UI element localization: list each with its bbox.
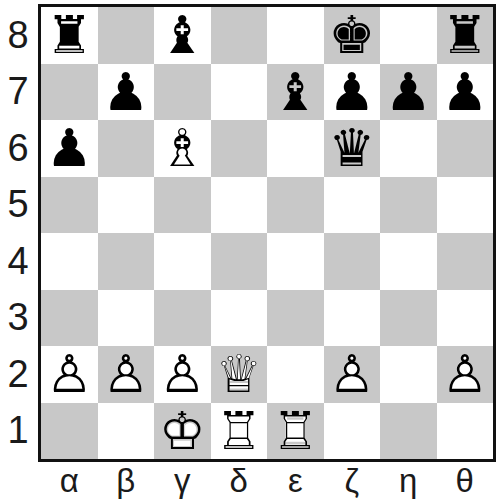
square-c5[interactable]: [154, 177, 211, 234]
piece-black-bishop[interactable]: ♝: [267, 64, 324, 121]
piece-outline-layer: ♙: [98, 346, 155, 403]
square-h4[interactable]: [437, 233, 494, 290]
square-b2[interactable]: ♟♙: [98, 346, 155, 403]
square-c7[interactable]: [154, 64, 211, 121]
file-labels: αβγδεζηθ: [41, 463, 493, 501]
piece-outline-layer: ♕: [211, 346, 268, 403]
square-b6[interactable]: [98, 120, 155, 177]
rank-label-6: 6: [0, 120, 36, 177]
square-a6[interactable]: ♟: [41, 120, 98, 177]
square-e3[interactable]: [267, 290, 324, 347]
file-label-c: γ: [154, 463, 211, 501]
piece-outline-layer: ♗: [154, 120, 211, 177]
file-label-a: α: [41, 463, 98, 501]
piece-black-pawn[interactable]: ♟: [41, 120, 98, 177]
file-label-b: β: [98, 463, 155, 501]
piece-white-pawn[interactable]: ♟♙: [437, 346, 494, 403]
square-b7[interactable]: ♟: [98, 64, 155, 121]
piece-black-pawn[interactable]: ♟: [324, 64, 381, 121]
square-d5[interactable]: [211, 177, 268, 234]
square-d6[interactable]: [211, 120, 268, 177]
piece-black-pawn[interactable]: ♟: [380, 64, 437, 121]
square-e5[interactable]: [267, 177, 324, 234]
piece-outline-layer: ♙: [154, 346, 211, 403]
rank-label-4: 4: [0, 233, 36, 290]
square-c1[interactable]: ♚♔: [154, 403, 211, 460]
square-a2[interactable]: ♟♙: [41, 346, 98, 403]
piece-black-pawn[interactable]: ♟: [437, 64, 494, 121]
square-b1[interactable]: [98, 403, 155, 460]
file-label-d: δ: [211, 463, 268, 501]
piece-white-rook[interactable]: ♜♖: [211, 403, 268, 460]
piece-outline-layer: ♔: [154, 403, 211, 460]
square-a5[interactable]: [41, 177, 98, 234]
piece-white-bishop[interactable]: ♝♗: [154, 120, 211, 177]
piece-black-rook[interactable]: ♜: [437, 7, 494, 64]
square-h2[interactable]: ♟♙: [437, 346, 494, 403]
square-g3[interactable]: [380, 290, 437, 347]
square-a8[interactable]: ♜: [41, 7, 98, 64]
rank-label-1: 1: [0, 403, 36, 460]
square-g4[interactable]: [380, 233, 437, 290]
piece-white-pawn[interactable]: ♟♙: [98, 346, 155, 403]
square-f5[interactable]: [324, 177, 381, 234]
square-a7[interactable]: [41, 64, 98, 121]
rank-label-5: 5: [0, 177, 36, 234]
square-e1[interactable]: ♜♖: [267, 403, 324, 460]
square-h8[interactable]: ♜: [437, 7, 494, 64]
square-d1[interactable]: ♜♖: [211, 403, 268, 460]
square-e2[interactable]: [267, 346, 324, 403]
square-c3[interactable]: [154, 290, 211, 347]
square-c6[interactable]: ♝♗: [154, 120, 211, 177]
piece-black-bishop[interactable]: ♝: [154, 7, 211, 64]
square-f7[interactable]: ♟: [324, 64, 381, 121]
piece-white-rook[interactable]: ♜♖: [267, 403, 324, 460]
square-f6[interactable]: ♛: [324, 120, 381, 177]
piece-outline-layer: ♙: [41, 346, 98, 403]
square-f3[interactable]: [324, 290, 381, 347]
piece-outline-layer: ♙: [437, 346, 494, 403]
square-g5[interactable]: [380, 177, 437, 234]
square-b5[interactable]: [98, 177, 155, 234]
rank-labels: 87654321: [0, 7, 36, 459]
square-d3[interactable]: [211, 290, 268, 347]
square-c4[interactable]: [154, 233, 211, 290]
square-h5[interactable]: [437, 177, 494, 234]
square-f4[interactable]: [324, 233, 381, 290]
square-h3[interactable]: [437, 290, 494, 347]
square-f1[interactable]: [324, 403, 381, 460]
rank-label-3: 3: [0, 290, 36, 347]
rank-label-7: 7: [0, 64, 36, 121]
square-c2[interactable]: ♟♙: [154, 346, 211, 403]
piece-black-pawn[interactable]: ♟: [98, 64, 155, 121]
file-label-e: ε: [267, 463, 324, 501]
square-e8[interactable]: [267, 7, 324, 64]
square-d4[interactable]: [211, 233, 268, 290]
chess-diagram: 87654321 ♜♝♚♜♟♝♟♟♟♟♝♗♛♟♙♟♙♟♙♛♕♟♙♟♙♚♔♜♖♜♖…: [0, 0, 500, 501]
piece-white-pawn[interactable]: ♟♙: [41, 346, 98, 403]
piece-white-pawn[interactable]: ♟♙: [154, 346, 211, 403]
square-e7[interactable]: ♝: [267, 64, 324, 121]
square-g1[interactable]: [380, 403, 437, 460]
square-b4[interactable]: [98, 233, 155, 290]
rank-label-8: 8: [0, 7, 36, 64]
square-c8[interactable]: ♝: [154, 7, 211, 64]
square-f8[interactable]: ♚: [324, 7, 381, 64]
file-label-f: ζ: [324, 463, 381, 501]
square-d2[interactable]: ♛♕: [211, 346, 268, 403]
file-label-h: θ: [437, 463, 494, 501]
piece-outline-layer: ♖: [211, 403, 268, 460]
file-label-g: η: [380, 463, 437, 501]
piece-black-king[interactable]: ♚: [324, 7, 381, 64]
square-e6[interactable]: [267, 120, 324, 177]
piece-outline-layer: ♙: [324, 346, 381, 403]
square-d8[interactable]: [211, 7, 268, 64]
square-h7[interactable]: ♟: [437, 64, 494, 121]
rank-label-2: 2: [0, 346, 36, 403]
piece-white-pawn[interactable]: ♟♙: [324, 346, 381, 403]
square-a4[interactable]: [41, 233, 98, 290]
piece-black-queen[interactable]: ♛: [324, 120, 381, 177]
square-a1[interactable]: [41, 403, 98, 460]
piece-outline-layer: ♖: [267, 403, 324, 460]
square-h6[interactable]: [437, 120, 494, 177]
chess-board: ♜♝♚♜♟♝♟♟♟♟♝♗♛♟♙♟♙♟♙♛♕♟♙♟♙♚♔♜♖♜♖: [38, 4, 496, 462]
piece-black-rook[interactable]: ♜: [41, 7, 98, 64]
square-f2[interactable]: ♟♙: [324, 346, 381, 403]
square-b8[interactable]: [98, 7, 155, 64]
square-g6[interactable]: [380, 120, 437, 177]
square-g7[interactable]: ♟: [380, 64, 437, 121]
square-h1[interactable]: [437, 403, 494, 460]
square-g2[interactable]: [380, 346, 437, 403]
square-d7[interactable]: [211, 64, 268, 121]
piece-white-queen[interactable]: ♛♕: [211, 346, 268, 403]
piece-white-king[interactable]: ♚♔: [154, 403, 211, 460]
square-g8[interactable]: [380, 7, 437, 64]
square-e4[interactable]: [267, 233, 324, 290]
square-a3[interactable]: [41, 290, 98, 347]
square-b3[interactable]: [98, 290, 155, 347]
